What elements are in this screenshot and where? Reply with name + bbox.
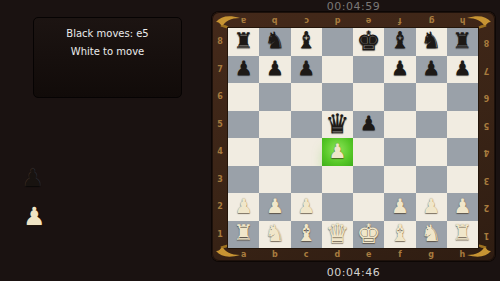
coord-label: h xyxy=(447,248,478,261)
square-b4[interactable] xyxy=(259,138,290,166)
white-bishop[interactable]: ♝ xyxy=(296,222,317,245)
white-rook[interactable]: ♜ xyxy=(453,222,473,244)
coord-label: 4 xyxy=(478,138,495,166)
black-knight[interactable]: ♞ xyxy=(265,29,286,52)
coord-label: 1 xyxy=(478,221,495,249)
coord-label: a xyxy=(228,248,259,261)
square-f7[interactable]: ♟ xyxy=(384,56,415,84)
coord-label: 1 xyxy=(212,221,228,249)
square-e6[interactable] xyxy=(353,83,384,111)
square-h6[interactable] xyxy=(447,83,478,111)
white-pawn[interactable]: ♟ xyxy=(391,196,409,216)
square-b8[interactable]: ♞ xyxy=(259,28,290,56)
square-b6[interactable] xyxy=(259,83,290,111)
square-e7[interactable] xyxy=(353,56,384,84)
black-pawn[interactable]: ♟ xyxy=(266,58,284,78)
white-pawn[interactable]: ♟ xyxy=(422,196,440,216)
coord-label: 5 xyxy=(478,111,495,139)
rank-labels-left: 87654321 xyxy=(212,28,228,248)
file-labels-top: abcdefgh xyxy=(228,14,478,28)
black-pawn[interactable]: ♟ xyxy=(391,58,409,78)
square-g7[interactable]: ♟ xyxy=(416,56,447,84)
white-knight[interactable]: ♞ xyxy=(421,222,442,245)
coord-label: f xyxy=(384,14,415,28)
square-a1[interactable]: ♜ xyxy=(228,221,259,249)
black-pawn[interactable]: ♟ xyxy=(297,58,315,78)
black-pawn[interactable]: ♟ xyxy=(235,58,253,78)
black-rook[interactable]: ♜ xyxy=(453,30,473,52)
black-rook[interactable]: ♜ xyxy=(234,30,254,52)
square-a7[interactable]: ♟ xyxy=(228,56,259,84)
square-f3[interactable] xyxy=(384,166,415,194)
square-f8[interactable]: ♝ xyxy=(384,28,415,56)
square-c3[interactable] xyxy=(291,166,322,194)
square-c1[interactable]: ♝ xyxy=(291,221,322,249)
square-h4[interactable] xyxy=(447,138,478,166)
square-f4[interactable] xyxy=(384,138,415,166)
square-b7[interactable]: ♟ xyxy=(259,56,290,84)
captured-black-pawn: ♟ xyxy=(22,166,44,190)
square-g4[interactable] xyxy=(416,138,447,166)
coord-label: 3 xyxy=(212,166,228,194)
coord-label: 8 xyxy=(478,28,495,56)
square-c8[interactable]: ♝ xyxy=(291,28,322,56)
coord-label: 7 xyxy=(478,56,495,84)
last-move-text: Black moves: e5 xyxy=(34,28,181,39)
square-c6[interactable] xyxy=(291,83,322,111)
square-h7[interactable]: ♟ xyxy=(447,56,478,84)
square-e5[interactable]: ♟ xyxy=(353,111,384,139)
square-h5[interactable] xyxy=(447,111,478,139)
square-c5[interactable] xyxy=(291,111,322,139)
square-c2[interactable]: ♟ xyxy=(291,193,322,221)
square-b3[interactable] xyxy=(259,166,290,194)
black-bishop[interactable]: ♝ xyxy=(296,29,317,52)
square-e3[interactable] xyxy=(353,166,384,194)
coord-label: g xyxy=(416,248,447,261)
coord-label: 8 xyxy=(212,28,228,56)
square-d7[interactable] xyxy=(322,56,353,84)
coord-label: 6 xyxy=(478,83,495,111)
coord-label: 2 xyxy=(212,193,228,221)
square-d5[interactable]: ♛ xyxy=(322,111,353,139)
board-squares: ♜♞♝♚♝♞♜♟♟♟♟♟♟♛♟♟♟♟♟♟♟♟♜♞♝♛♚♝♞♜ xyxy=(228,28,478,248)
square-h3[interactable] xyxy=(447,166,478,194)
move-info-panel: Black moves: e5 White to move xyxy=(33,17,182,98)
white-king[interactable]: ♚ xyxy=(357,220,381,247)
coord-label: c xyxy=(291,14,322,28)
square-a8[interactable]: ♜ xyxy=(228,28,259,56)
coord-label: b xyxy=(259,248,290,261)
black-king[interactable]: ♚ xyxy=(357,27,381,54)
square-d2[interactable] xyxy=(322,193,353,221)
coord-label: 6 xyxy=(212,83,228,111)
square-e4[interactable] xyxy=(353,138,384,166)
square-g3[interactable] xyxy=(416,166,447,194)
square-c4[interactable] xyxy=(291,138,322,166)
coord-label: 3 xyxy=(478,166,495,194)
square-g1[interactable]: ♞ xyxy=(416,221,447,249)
square-f5[interactable] xyxy=(384,111,415,139)
square-c7[interactable]: ♟ xyxy=(291,56,322,84)
coord-label: h xyxy=(447,14,478,28)
square-h8[interactable]: ♜ xyxy=(447,28,478,56)
black-knight[interactable]: ♞ xyxy=(421,29,442,52)
black-pawn[interactable]: ♟ xyxy=(422,58,440,78)
square-d8[interactable] xyxy=(322,28,353,56)
turn-indicator-text: White to move xyxy=(34,46,181,57)
square-a4[interactable] xyxy=(228,138,259,166)
coord-label: a xyxy=(228,14,259,28)
square-a3[interactable] xyxy=(228,166,259,194)
coord-label: 5 xyxy=(212,111,228,139)
square-b2[interactable]: ♟ xyxy=(259,193,290,221)
square-e8[interactable]: ♚ xyxy=(353,28,384,56)
white-queen[interactable]: ♛ xyxy=(325,220,349,247)
black-bishop[interactable]: ♝ xyxy=(390,29,411,52)
square-f2[interactable]: ♟ xyxy=(384,193,415,221)
black-pawn[interactable]: ♟ xyxy=(453,58,471,78)
white-clock: 00:04:46 xyxy=(212,266,495,279)
black-pawn[interactable]: ♟ xyxy=(360,113,378,133)
coord-label: d xyxy=(322,14,353,28)
square-g5[interactable] xyxy=(416,111,447,139)
square-h1[interactable]: ♜ xyxy=(447,221,478,249)
rank-labels-right: 87654321 xyxy=(478,28,495,248)
white-rook[interactable]: ♜ xyxy=(234,222,254,244)
square-f1[interactable]: ♝ xyxy=(384,221,415,249)
white-pawn[interactable]: ♟ xyxy=(235,196,253,216)
file-labels-bottom: abcdefgh xyxy=(228,248,478,261)
white-pawn[interactable]: ♟ xyxy=(297,196,315,216)
square-e1[interactable]: ♚ xyxy=(353,221,384,249)
coord-label: e xyxy=(353,248,384,261)
square-a6[interactable] xyxy=(228,83,259,111)
coord-label: 7 xyxy=(212,56,228,84)
square-a2[interactable]: ♟ xyxy=(228,193,259,221)
coord-label: 2 xyxy=(478,193,495,221)
captured-white-pawn: ♟ xyxy=(23,204,45,229)
square-f6[interactable] xyxy=(384,83,415,111)
square-b5[interactable] xyxy=(259,111,290,139)
square-g8[interactable]: ♞ xyxy=(416,28,447,56)
white-pawn[interactable]: ♟ xyxy=(328,141,346,161)
square-d3[interactable] xyxy=(322,166,353,194)
white-knight[interactable]: ♞ xyxy=(265,222,286,245)
black-queen[interactable]: ♛ xyxy=(325,110,349,137)
coord-label: 4 xyxy=(212,138,228,166)
coord-label: b xyxy=(259,14,290,28)
coord-label: f xyxy=(384,248,415,261)
chess-board-frame: abcdefgh abcdefgh 87654321 87654321 ♜♞♝♚… xyxy=(212,12,495,261)
coord-label: c xyxy=(291,248,322,261)
coord-label: d xyxy=(322,248,353,261)
white-pawn[interactable]: ♟ xyxy=(453,196,471,216)
square-g6[interactable] xyxy=(416,83,447,111)
square-h2[interactable]: ♟ xyxy=(447,193,478,221)
coord-label: g xyxy=(416,14,447,28)
square-b1[interactable]: ♞ xyxy=(259,221,290,249)
white-bishop[interactable]: ♝ xyxy=(390,222,411,245)
square-d1[interactable]: ♛ xyxy=(322,221,353,249)
square-g2[interactable]: ♟ xyxy=(416,193,447,221)
square-a5[interactable] xyxy=(228,111,259,139)
square-d4[interactable]: ♟ xyxy=(322,138,353,166)
white-pawn[interactable]: ♟ xyxy=(266,196,284,216)
chess-app: { "game": "chess", "position": { "fen": … xyxy=(0,0,500,281)
square-d6[interactable] xyxy=(322,83,353,111)
square-e2[interactable] xyxy=(353,193,384,221)
